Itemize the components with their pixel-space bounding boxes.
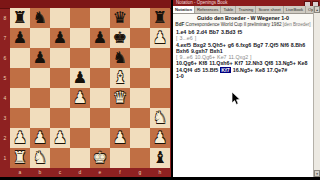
square-e8[interactable] <box>90 8 110 28</box>
square-c2[interactable]: ♟ <box>50 128 70 148</box>
tab-references[interactable]: References <box>195 6 221 13</box>
square-b7[interactable] <box>30 28 50 48</box>
rank-label-8: 8 <box>0 8 10 28</box>
move-line-3: 4.exf5 Bxg2 5.Qh5+ g6 6.fxg6 Bg7 7.Qf5 N… <box>176 42 310 55</box>
board-window: 87654321 ♜♞♛♜♟♟♟♚♟♟♞♟♝♟♛♞♟♟♟♟♟♜♞♚♝ abcde… <box>0 0 171 177</box>
tab-notation[interactable]: Notation <box>173 6 195 13</box>
square-d6[interactable] <box>70 48 90 68</box>
event-name: Correspondence World Cup II preliminary <box>184 22 271 27</box>
move-line-6: 1-0 <box>176 73 310 79</box>
move-line-5: 10.Qg6+ Kf8 11.Qxh6+ Kf7 12.Nh3 Qf8 13.N… <box>176 60 310 73</box>
square-e1[interactable]: ♚ <box>90 148 110 168</box>
square-b1[interactable]: ♞ <box>30 148 50 168</box>
scroll-down-icon[interactable]: ▼ <box>314 170 320 177</box>
square-a8[interactable]: ♜ <box>10 8 30 28</box>
square-e6[interactable] <box>90 48 110 68</box>
file-label-d: d <box>70 168 90 177</box>
square-c8[interactable] <box>50 8 70 28</box>
square-b3[interactable] <box>30 108 50 128</box>
square-a6[interactable] <box>10 48 30 68</box>
white-knight-h3[interactable]: ♞ <box>150 108 170 128</box>
square-a2[interactable]: ♟ <box>10 128 30 148</box>
square-f8[interactable]: ♛ <box>110 8 130 28</box>
square-h7[interactable]: ♟ <box>150 28 170 48</box>
square-f3[interactable] <box>110 108 130 128</box>
current-move[interactable]: Kf7 <box>220 67 231 73</box>
square-g3[interactable] <box>130 108 150 128</box>
square-f4[interactable]: ♛ <box>110 88 130 108</box>
square-h8[interactable]: ♜ <box>150 8 170 28</box>
square-c4[interactable] <box>50 88 70 108</box>
black-bishop-h1[interactable]: ♝ <box>150 148 170 168</box>
rank-label-6: 6 <box>0 48 10 68</box>
event-prefix: BdF <box>175 22 184 27</box>
square-g8[interactable] <box>130 8 150 28</box>
black-rook-a8[interactable]: ♜ <box>10 8 30 28</box>
square-b6[interactable]: ♟ <box>30 48 50 68</box>
square-d2[interactable] <box>70 128 90 148</box>
black-pawn-b6[interactable]: ♟ <box>30 48 50 68</box>
square-c3[interactable] <box>50 108 70 128</box>
square-f6[interactable]: ♞ <box>110 48 130 68</box>
screen: 87654321 ♜♞♛♜♟♟♟♚♟♟♞♟♝♟♛♞♟♟♟♟♟♜♞♚♝ abcde… <box>0 0 320 180</box>
tab-bar: NotationReferencesTableTrainingScore she… <box>173 6 320 14</box>
square-g4[interactable] <box>130 88 150 108</box>
square-c1[interactable] <box>50 148 70 168</box>
square-d4[interactable]: ♟ <box>70 88 90 108</box>
black-knight-b8[interactable]: ♞ <box>30 8 50 28</box>
square-g6[interactable] <box>130 48 150 68</box>
square-h4[interactable] <box>150 88 170 108</box>
square-d3[interactable] <box>70 108 90 128</box>
square-e4[interactable] <box>90 88 110 108</box>
file-labels: abcdefgh <box>10 168 170 177</box>
square-h6[interactable] <box>150 48 170 68</box>
white-queen-f4[interactable]: ♛ <box>110 88 130 108</box>
rank-label-2: 2 <box>0 128 10 148</box>
notation-window: Notation - Openings Book NotationReferen… <box>173 0 320 177</box>
tab-livebook[interactable]: LiveBook <box>284 6 306 13</box>
square-g2[interactable] <box>130 128 150 148</box>
square-c7[interactable]: ♟ <box>50 28 70 48</box>
move-text[interactable]: 1.e4 b6 2.d4 Bb7 3.Bd3 f5 <box>176 29 242 35</box>
mouse-cursor-icon <box>232 92 241 105</box>
white-king-e1[interactable]: ♚ <box>90 148 110 168</box>
square-a7[interactable]: ♟ <box>10 28 30 48</box>
rank-label-3: 3 <box>0 108 10 128</box>
tab-training[interactable]: Training <box>236 6 256 13</box>
black-rook-h8[interactable]: ♜ <box>150 8 170 28</box>
move-text[interactable]: [ 3...e6 ] <box>176 35 196 41</box>
tab-table[interactable]: Table <box>221 6 236 13</box>
square-f5[interactable]: ♝ <box>110 68 130 88</box>
square-e7[interactable]: ♟ <box>90 28 110 48</box>
move-text[interactable]: [ 9...e6 10.Qg6+ Ke7 11.Qxg2 ] <box>176 54 252 60</box>
square-d5[interactable]: ♟ <box>70 68 90 88</box>
square-c6[interactable] <box>50 48 70 68</box>
rank-labels: 87654321 <box>0 8 10 168</box>
file-label-f: f <box>110 168 130 177</box>
move-text[interactable]: 16.Ng5+ Ke8 17.Qe7# <box>231 67 287 73</box>
black-pawn-c7[interactable]: ♟ <box>50 28 70 48</box>
game-result[interactable]: 1-0 <box>176 73 184 79</box>
square-e2[interactable] <box>90 128 110 148</box>
square-h2[interactable]: ♟ <box>150 128 170 148</box>
square-f7[interactable]: ♚ <box>110 28 130 48</box>
white-bishop-f5[interactable]: ♝ <box>110 68 130 88</box>
square-h5[interactable] <box>150 68 170 88</box>
black-queen-f8[interactable]: ♛ <box>110 8 130 28</box>
move-notation: 1.e4 b6 2.d4 Bb7 3.Bd3 f5[ 3...e6 ]4.exf… <box>173 27 313 177</box>
black-pawn-e7[interactable]: ♟ <box>90 28 110 48</box>
white-pawn-f2[interactable]: ♟ <box>110 128 130 148</box>
square-f2[interactable]: ♟ <box>110 128 130 148</box>
black-pawn-d5[interactable]: ♟ <box>70 68 90 88</box>
file-label-c: c <box>50 168 70 177</box>
square-f1[interactable] <box>110 148 130 168</box>
file-label-h: h <box>150 168 170 177</box>
square-e5[interactable] <box>90 68 110 88</box>
square-d8[interactable] <box>70 8 90 28</box>
rank-label-7: 7 <box>0 28 10 48</box>
file-label-g: g <box>130 168 150 177</box>
chess-board[interactable]: ♜♞♛♜♟♟♟♚♟♟♞♟♝♟♛♞♟♟♟♟♟♜♞♚♝ <box>10 8 170 168</box>
square-c5[interactable] <box>50 68 70 88</box>
square-g5[interactable] <box>130 68 150 88</box>
scrollbar[interactable]: ▲ ▼ <box>313 6 320 177</box>
square-b5[interactable] <box>30 68 50 88</box>
rank-label-5: 5 <box>0 68 10 88</box>
white-pawn-a2[interactable]: ♟ <box>10 128 30 148</box>
file-label-b: b <box>30 168 50 177</box>
white-knight-b1[interactable]: ♞ <box>30 148 50 168</box>
move-text[interactable]: 4.exf5 Bxg2 5.Qh5+ g6 6.fxg6 Bg7 7.Qf5 N… <box>176 42 305 54</box>
rank-label-4: 4 <box>0 88 10 108</box>
white-pawn-h7[interactable]: ♟ <box>150 28 170 48</box>
notation-window-title: Notation - Openings Book <box>176 0 228 5</box>
square-a3[interactable] <box>10 108 30 128</box>
event-year: 1982 <box>271 22 283 27</box>
annotator: [den Broeder] <box>283 22 311 27</box>
file-label-a: a <box>10 168 30 177</box>
square-b8[interactable]: ♞ <box>30 8 50 28</box>
square-a4[interactable] <box>10 88 30 108</box>
square-a5[interactable] <box>10 68 30 88</box>
square-b2[interactable]: ♟ <box>30 128 50 148</box>
square-d7[interactable] <box>70 28 90 48</box>
square-b4[interactable] <box>30 88 50 108</box>
black-knight-f6[interactable]: ♞ <box>110 48 130 68</box>
square-e3[interactable] <box>90 108 110 128</box>
square-a1[interactable]: ♜ <box>10 148 30 168</box>
white-pawn-c2[interactable]: ♟ <box>50 128 70 148</box>
rank-label-1: 1 <box>0 148 10 168</box>
square-g1[interactable] <box>130 148 150 168</box>
white-rook-a1[interactable]: ♜ <box>10 148 30 168</box>
black-king-f7[interactable]: ♚ <box>110 28 130 48</box>
white-pawn-d4[interactable]: ♟ <box>70 88 90 108</box>
square-d1[interactable] <box>70 148 90 168</box>
file-label-e: e <box>90 168 110 177</box>
tab-score-sheet[interactable]: Score sheet <box>256 6 283 13</box>
black-pawn-a7[interactable]: ♟ <box>10 28 30 48</box>
square-h1[interactable]: ♝ <box>150 148 170 168</box>
white-pawn-h2[interactable]: ♟ <box>150 128 170 148</box>
white-pawn-b2[interactable]: ♟ <box>30 128 50 148</box>
square-g7[interactable] <box>130 28 150 48</box>
scroll-up-icon[interactable]: ▲ <box>314 6 320 13</box>
square-h3[interactable]: ♞ <box>150 108 170 128</box>
